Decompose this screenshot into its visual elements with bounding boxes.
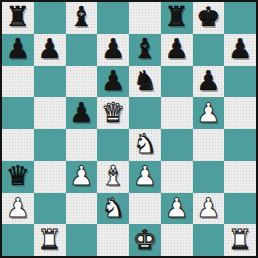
- square-d5[interactable]: ♛: [97, 97, 129, 129]
- square-b2[interactable]: [34, 193, 66, 225]
- piece-black-queen[interactable]: ♛: [6, 162, 30, 189]
- square-b3[interactable]: [34, 161, 66, 193]
- piece-white-rook[interactable]: ♜: [38, 226, 62, 253]
- square-a7[interactable]: ♟: [2, 34, 34, 66]
- square-c2[interactable]: [66, 193, 98, 225]
- piece-white-pawn[interactable]: ♟: [6, 194, 30, 221]
- square-h1[interactable]: ♜: [224, 224, 256, 256]
- square-h5[interactable]: [224, 97, 256, 129]
- piece-black-bishop[interactable]: ♝: [133, 35, 157, 62]
- piece-black-rook[interactable]: ♜: [165, 3, 189, 30]
- piece-white-queen[interactable]: ♛: [101, 99, 125, 126]
- square-d4[interactable]: [97, 129, 129, 161]
- piece-white-pawn[interactable]: ♟: [69, 162, 93, 189]
- piece-white-knight[interactable]: ♞: [101, 194, 125, 221]
- piece-white-rook[interactable]: ♜: [228, 226, 252, 253]
- square-e4[interactable]: ♞: [129, 129, 161, 161]
- square-e1[interactable]: ♚: [129, 224, 161, 256]
- square-a5[interactable]: [2, 97, 34, 129]
- square-h8[interactable]: [224, 2, 256, 34]
- square-f6[interactable]: [161, 66, 193, 98]
- square-a2[interactable]: ♟: [2, 193, 34, 225]
- square-a3[interactable]: ♛: [2, 161, 34, 193]
- square-d2[interactable]: ♞: [97, 193, 129, 225]
- square-f7[interactable]: ♟: [161, 34, 193, 66]
- piece-white-pawn[interactable]: ♟: [196, 194, 220, 221]
- piece-black-pawn[interactable]: ♟: [165, 35, 189, 62]
- piece-white-pawn[interactable]: ♟: [133, 162, 157, 189]
- square-e5[interactable]: [129, 97, 161, 129]
- square-d3[interactable]: ♝: [97, 161, 129, 193]
- square-g4[interactable]: [193, 129, 225, 161]
- square-g3[interactable]: [193, 161, 225, 193]
- square-c3[interactable]: ♟: [66, 161, 98, 193]
- square-h6[interactable]: [224, 66, 256, 98]
- square-a8[interactable]: ♜: [2, 2, 34, 34]
- square-c1[interactable]: [66, 224, 98, 256]
- square-a4[interactable]: [2, 129, 34, 161]
- piece-black-pawn[interactable]: ♟: [101, 67, 125, 94]
- square-h3[interactable]: [224, 161, 256, 193]
- square-e3[interactable]: ♟: [129, 161, 161, 193]
- chess-board: ♜♝♜♚♟♟♟♝♟♟♟♞♟♟♛♟♞♛♟♝♟♟♞♟♟♜♚♜: [0, 0, 258, 258]
- square-f5[interactable]: [161, 97, 193, 129]
- square-e6[interactable]: ♞: [129, 66, 161, 98]
- piece-white-pawn[interactable]: ♟: [165, 194, 189, 221]
- piece-white-knight[interactable]: ♞: [133, 130, 157, 157]
- square-b8[interactable]: [34, 2, 66, 34]
- square-c7[interactable]: [66, 34, 98, 66]
- piece-black-knight[interactable]: ♞: [133, 67, 157, 94]
- square-c5[interactable]: ♟: [66, 97, 98, 129]
- square-e2[interactable]: [129, 193, 161, 225]
- square-h7[interactable]: ♟: [224, 34, 256, 66]
- square-b1[interactable]: ♜: [34, 224, 66, 256]
- square-g1[interactable]: [193, 224, 225, 256]
- square-b6[interactable]: [34, 66, 66, 98]
- square-a6[interactable]: [2, 66, 34, 98]
- square-c4[interactable]: [66, 129, 98, 161]
- piece-black-pawn[interactable]: ♟: [196, 67, 220, 94]
- square-f2[interactable]: ♟: [161, 193, 193, 225]
- square-a1[interactable]: [2, 224, 34, 256]
- square-g7[interactable]: [193, 34, 225, 66]
- piece-black-rook[interactable]: ♜: [6, 3, 30, 30]
- piece-white-pawn[interactable]: ♟: [196, 99, 220, 126]
- piece-black-king[interactable]: ♚: [196, 3, 220, 30]
- piece-black-pawn[interactable]: ♟: [6, 35, 30, 62]
- piece-black-pawn[interactable]: ♟: [101, 35, 125, 62]
- square-d8[interactable]: [97, 2, 129, 34]
- square-g5[interactable]: ♟: [193, 97, 225, 129]
- square-f1[interactable]: [161, 224, 193, 256]
- square-b4[interactable]: [34, 129, 66, 161]
- square-f4[interactable]: [161, 129, 193, 161]
- square-d7[interactable]: ♟: [97, 34, 129, 66]
- square-g8[interactable]: ♚: [193, 2, 225, 34]
- square-f3[interactable]: [161, 161, 193, 193]
- square-h2[interactable]: [224, 193, 256, 225]
- piece-black-pawn[interactable]: ♟: [38, 35, 62, 62]
- square-c6[interactable]: [66, 66, 98, 98]
- square-b7[interactable]: ♟: [34, 34, 66, 66]
- square-d6[interactable]: ♟: [97, 66, 129, 98]
- piece-black-pawn[interactable]: ♟: [228, 35, 252, 62]
- piece-black-pawn[interactable]: ♟: [69, 99, 93, 126]
- square-g2[interactable]: ♟: [193, 193, 225, 225]
- square-h4[interactable]: [224, 129, 256, 161]
- piece-white-bishop[interactable]: ♝: [101, 162, 125, 189]
- piece-black-bishop[interactable]: ♝: [69, 3, 93, 30]
- square-b5[interactable]: [34, 97, 66, 129]
- square-e7[interactable]: ♝: [129, 34, 161, 66]
- square-d1[interactable]: [97, 224, 129, 256]
- square-f8[interactable]: ♜: [161, 2, 193, 34]
- square-e8[interactable]: [129, 2, 161, 34]
- square-c8[interactable]: ♝: [66, 2, 98, 34]
- square-g6[interactable]: ♟: [193, 66, 225, 98]
- piece-white-king[interactable]: ♚: [133, 226, 157, 253]
